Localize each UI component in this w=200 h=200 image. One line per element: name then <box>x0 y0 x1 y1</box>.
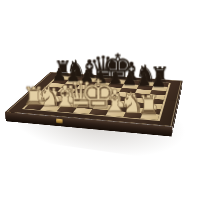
piece-black-rook: ♜ <box>53 58 72 79</box>
piece-black-king: ♚ <box>102 49 132 82</box>
square-b3 <box>50 96 69 102</box>
piece-black-pawn: ♟ <box>79 68 94 85</box>
board-side-right <box>172 81 183 137</box>
square-f1: ♝ <box>106 110 126 117</box>
brass-clasp <box>56 119 63 124</box>
piece-black-rook: ♜ <box>151 64 171 86</box>
piece-black-pawn: ♟ <box>52 66 67 83</box>
board-grid: ♜♞♝♛♚♝♞♜♟♟♟♟♟♟♟♟♟♟♟♟♟♟♟♟♜♞♝♛♚♝♞♜ <box>22 75 171 121</box>
scene: ♜♞♝♛♚♝♞♜♟♟♟♟♟♟♟♟♟♟♟♟♟♟♟♟♜♞♝♛♚♝♞♜ <box>0 0 200 200</box>
piece-black-pawn: ♟ <box>107 70 122 87</box>
chess-set-photo: ♜♞♝♛♚♝♞♜♟♟♟♟♟♟♟♟♟♟♟♟♟♟♟♟♜♞♝♛♚♝♞♜ <box>0 0 200 200</box>
piece-black-pawn: ♟ <box>93 69 108 86</box>
piece-black-pawn: ♟ <box>151 72 167 89</box>
square-h1: ♜ <box>140 113 159 120</box>
piece-black-knight: ♞ <box>135 61 156 85</box>
piece-black-pawn: ♟ <box>122 71 137 88</box>
piece-black-pawn: ♟ <box>65 67 80 84</box>
chess-board: ♜♞♝♛♚♝♞♜♟♟♟♟♟♟♟♟♟♟♟♟♟♟♟♟♜♞♝♛♚♝♞♜ <box>5 72 183 127</box>
square-h6 <box>150 90 167 95</box>
square-d1: ♛ <box>73 108 93 114</box>
piece-black-pawn: ♟ <box>136 71 152 88</box>
